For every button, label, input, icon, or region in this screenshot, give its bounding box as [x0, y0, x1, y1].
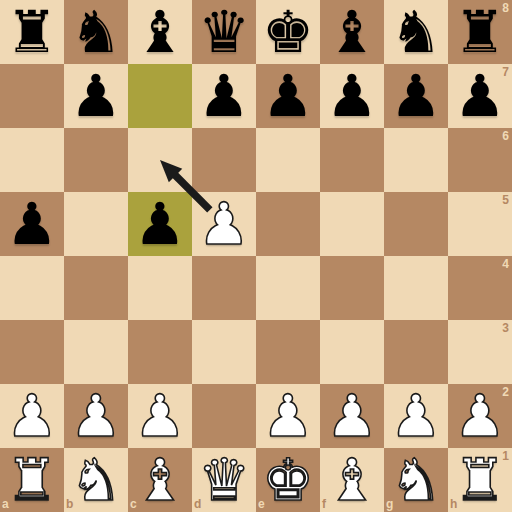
piece-white-pawn[interactable]: ♟ — [384, 384, 448, 448]
piece-black-bishop[interactable]: ♝ — [128, 0, 192, 64]
square-b5[interactable] — [64, 192, 128, 256]
piece-white-pawn[interactable]: ♟ — [320, 384, 384, 448]
square-h2[interactable]: ♟2 — [448, 384, 512, 448]
square-c6[interactable] — [128, 128, 192, 192]
square-g8[interactable]: ♞ — [384, 0, 448, 64]
piece-white-knight[interactable]: ♞ — [64, 448, 128, 512]
square-g3[interactable] — [384, 320, 448, 384]
piece-black-pawn[interactable]: ♟ — [448, 64, 512, 128]
rank-label-6: 6 — [502, 130, 509, 142]
piece-white-pawn[interactable]: ♟ — [0, 384, 64, 448]
rank-label-3: 3 — [502, 322, 509, 334]
square-h7[interactable]: ♟7 — [448, 64, 512, 128]
rank-label-5: 5 — [502, 194, 509, 206]
square-a1[interactable]: ♜a — [0, 448, 64, 512]
piece-black-rook[interactable]: ♜ — [0, 0, 64, 64]
piece-white-knight[interactable]: ♞ — [384, 448, 448, 512]
square-a8[interactable]: ♜ — [0, 0, 64, 64]
square-d2[interactable] — [192, 384, 256, 448]
square-g7[interactable]: ♟ — [384, 64, 448, 128]
square-h8[interactable]: ♜8 — [448, 0, 512, 64]
piece-black-pawn[interactable]: ♟ — [320, 64, 384, 128]
square-d8[interactable]: ♛ — [192, 0, 256, 64]
square-c1[interactable]: ♝c — [128, 448, 192, 512]
chess-board: ♜♞♝♛♚♝♞♜8♟♟♟♟♟♟76♟♟♟543♟♟♟♟♟♟♟2♜a♞b♝c♛d♚… — [0, 0, 512, 512]
piece-white-pawn[interactable]: ♟ — [128, 384, 192, 448]
square-c7[interactable] — [128, 64, 192, 128]
square-h3[interactable]: 3 — [448, 320, 512, 384]
square-a4[interactable] — [0, 256, 64, 320]
square-a6[interactable] — [0, 128, 64, 192]
square-b3[interactable] — [64, 320, 128, 384]
square-f8[interactable]: ♝ — [320, 0, 384, 64]
square-e2[interactable]: ♟ — [256, 384, 320, 448]
square-a3[interactable] — [0, 320, 64, 384]
square-f1[interactable]: ♝f — [320, 448, 384, 512]
square-a2[interactable]: ♟ — [0, 384, 64, 448]
piece-white-pawn[interactable]: ♟ — [448, 384, 512, 448]
square-f5[interactable] — [320, 192, 384, 256]
square-e1[interactable]: ♚e — [256, 448, 320, 512]
square-a7[interactable] — [0, 64, 64, 128]
piece-black-pawn[interactable]: ♟ — [384, 64, 448, 128]
piece-white-pawn[interactable]: ♟ — [256, 384, 320, 448]
square-b4[interactable] — [64, 256, 128, 320]
square-g4[interactable] — [384, 256, 448, 320]
square-b8[interactable]: ♞ — [64, 0, 128, 64]
piece-black-pawn[interactable]: ♟ — [256, 64, 320, 128]
piece-white-bishop[interactable]: ♝ — [128, 448, 192, 512]
piece-black-pawn[interactable]: ♟ — [0, 192, 64, 256]
piece-black-knight[interactable]: ♞ — [384, 0, 448, 64]
piece-white-bishop[interactable]: ♝ — [320, 448, 384, 512]
square-a5[interactable]: ♟ — [0, 192, 64, 256]
piece-black-knight[interactable]: ♞ — [64, 0, 128, 64]
piece-white-king[interactable]: ♚ — [256, 448, 320, 512]
piece-white-pawn[interactable]: ♟ — [192, 192, 256, 256]
square-b2[interactable]: ♟ — [64, 384, 128, 448]
square-d1[interactable]: ♛d — [192, 448, 256, 512]
square-c5[interactable]: ♟ — [128, 192, 192, 256]
square-d4[interactable] — [192, 256, 256, 320]
square-f2[interactable]: ♟ — [320, 384, 384, 448]
square-c3[interactable] — [128, 320, 192, 384]
square-e3[interactable] — [256, 320, 320, 384]
square-f3[interactable] — [320, 320, 384, 384]
piece-black-pawn[interactable]: ♟ — [64, 64, 128, 128]
square-g1[interactable]: ♞g — [384, 448, 448, 512]
square-d6[interactable] — [192, 128, 256, 192]
square-c4[interactable] — [128, 256, 192, 320]
piece-black-king[interactable]: ♚ — [256, 0, 320, 64]
square-e5[interactable] — [256, 192, 320, 256]
square-g6[interactable] — [384, 128, 448, 192]
piece-black-pawn[interactable]: ♟ — [128, 192, 192, 256]
square-d5[interactable]: ♟ — [192, 192, 256, 256]
square-d7[interactable]: ♟ — [192, 64, 256, 128]
square-e8[interactable]: ♚ — [256, 0, 320, 64]
square-e6[interactable] — [256, 128, 320, 192]
square-f7[interactable]: ♟ — [320, 64, 384, 128]
piece-white-pawn[interactable]: ♟ — [64, 384, 128, 448]
square-h1[interactable]: ♜1h — [448, 448, 512, 512]
square-g2[interactable]: ♟ — [384, 384, 448, 448]
square-b7[interactable]: ♟ — [64, 64, 128, 128]
square-g5[interactable] — [384, 192, 448, 256]
square-h4[interactable]: 4 — [448, 256, 512, 320]
piece-white-rook[interactable]: ♜ — [0, 448, 64, 512]
square-f4[interactable] — [320, 256, 384, 320]
piece-white-queen[interactable]: ♛ — [192, 448, 256, 512]
rank-label-4: 4 — [502, 258, 509, 270]
square-c2[interactable]: ♟ — [128, 384, 192, 448]
square-e7[interactable]: ♟ — [256, 64, 320, 128]
piece-black-bishop[interactable]: ♝ — [320, 0, 384, 64]
square-b6[interactable] — [64, 128, 128, 192]
square-f6[interactable] — [320, 128, 384, 192]
square-c8[interactable]: ♝ — [128, 0, 192, 64]
square-e4[interactable] — [256, 256, 320, 320]
square-b1[interactable]: ♞b — [64, 448, 128, 512]
square-h6[interactable]: 6 — [448, 128, 512, 192]
piece-black-queen[interactable]: ♛ — [192, 0, 256, 64]
square-h5[interactable]: 5 — [448, 192, 512, 256]
piece-black-rook[interactable]: ♜ — [448, 0, 512, 64]
piece-white-rook[interactable]: ♜ — [448, 448, 512, 512]
square-d3[interactable] — [192, 320, 256, 384]
piece-black-pawn[interactable]: ♟ — [192, 64, 256, 128]
